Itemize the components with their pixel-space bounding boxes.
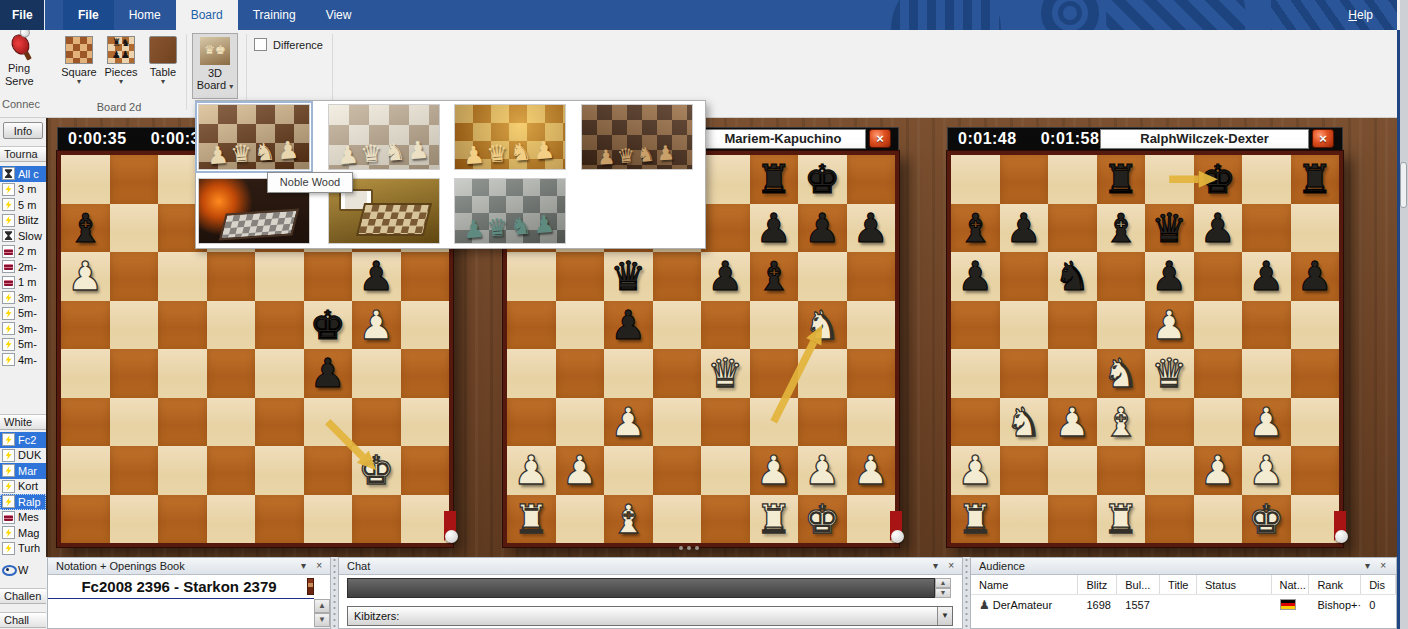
board3d-style-thumbnail-noble-wood[interactable]: ♟♛♞♟ <box>198 104 310 170</box>
openings-book-icon[interactable] <box>307 578 314 595</box>
square-f2[interactable]: ♟ <box>750 446 799 495</box>
sidebar-item[interactable]: Ralp <box>0 494 46 510</box>
spinner-down-icon[interactable]: ▼ <box>935 588 951 598</box>
board-scroll-handle[interactable] <box>672 543 706 552</box>
panel-menu-icon[interactable]: ▾ <box>933 558 938 574</box>
square-h6[interactable]: ♟ <box>1291 252 1340 301</box>
kibitzers-label: Kibitzers: <box>354 610 399 622</box>
square-c4[interactable] <box>1048 349 1097 398</box>
sidebar-item-label: DUK <box>18 449 41 461</box>
sidebar-item[interactable]: Slow <box>0 228 46 244</box>
square-c4[interactable] <box>158 349 207 398</box>
white-column-header[interactable]: White <box>0 414 46 430</box>
close-board-button[interactable]: × <box>1312 129 1334 148</box>
square-a7[interactable]: ♝ <box>61 204 110 253</box>
sidebar-item[interactable]: Mag <box>0 525 46 541</box>
square-g7[interactable] <box>1242 204 1291 253</box>
square-c7[interactable] <box>1048 204 1097 253</box>
square-h2[interactable] <box>401 446 450 495</box>
audience-cell: Bishop+· <box>1309 595 1361 615</box>
square-e4[interactable]: ♛ <box>1145 349 1194 398</box>
square-e1[interactable] <box>701 495 750 544</box>
square-b3[interactable]: ♞ <box>1000 398 1049 447</box>
black-bishop: ♝ <box>1097 204 1146 253</box>
bolt-icon <box>2 291 15 304</box>
square-h4[interactable] <box>401 349 450 398</box>
square-d6[interactable] <box>653 252 702 301</box>
square-c2[interactable] <box>1048 446 1097 495</box>
square-a2[interactable] <box>61 446 110 495</box>
sidebar-item[interactable]: Mar <box>0 463 46 479</box>
square-b4[interactable] <box>556 349 605 398</box>
spinner-up-icon[interactable]: ▲ <box>935 578 951 588</box>
square-g3[interactable] <box>798 398 847 447</box>
square-h6[interactable] <box>401 252 450 301</box>
panel-close-icon[interactable]: × <box>316 558 322 574</box>
square-g6[interactable]: ♟ <box>352 252 401 301</box>
square-h7[interactable] <box>1291 204 1340 253</box>
square-a4[interactable] <box>951 349 1000 398</box>
white-king: ♚ <box>798 495 847 544</box>
square-g2[interactable]: ♟ <box>798 446 847 495</box>
square-f8[interactable]: ♚ <box>1194 155 1243 204</box>
square-f1[interactable] <box>304 495 353 544</box>
square-g2[interactable]: ♟ <box>1242 446 1291 495</box>
black-bishop: ♝ <box>750 252 799 301</box>
column-header-blitz[interactable]: Blitz <box>1078 575 1117 594</box>
square-h2[interactable]: ♟ <box>847 446 896 495</box>
info-tab[interactable]: Info <box>3 122 43 139</box>
square-a5[interactable] <box>61 301 110 350</box>
sidebar-item[interactable]: 2 m <box>0 244 46 260</box>
bullet-icon <box>2 511 15 524</box>
square-e1[interactable] <box>1145 495 1194 544</box>
square-a6[interactable] <box>507 252 556 301</box>
board3d-style-thumbnail-maple[interactable]: ♟♛♞♟ <box>328 104 440 170</box>
difference-label: Difference <box>273 39 323 51</box>
square-e8[interactable] <box>701 155 750 204</box>
sidebar-item[interactable]: All c <box>0 166 46 182</box>
square-h1[interactable] <box>847 495 896 544</box>
square-c5[interactable]: ♟ <box>604 301 653 350</box>
square-icon <box>65 36 93 64</box>
sidebar-item-label: Turh <box>18 542 40 554</box>
square-f5[interactable]: ♚ <box>304 301 353 350</box>
square-f6[interactable] <box>304 252 353 301</box>
square-f6[interactable]: ♝ <box>750 252 799 301</box>
panel-menu-icon[interactable]: ▾ <box>301 558 306 574</box>
column-header-status[interactable]: Status <box>1197 575 1272 594</box>
panel-menu-icon[interactable]: ▾ <box>1365 558 1370 574</box>
square-h3[interactable] <box>401 398 450 447</box>
square-a1[interactable]: ♜ <box>507 495 556 544</box>
column-header-title[interactable]: Title <box>1160 575 1197 594</box>
black-pawn: ♟ <box>1242 252 1291 301</box>
square-d8[interactable]: ♜ <box>1097 155 1146 204</box>
square-b2[interactable] <box>110 446 159 495</box>
square-d6[interactable] <box>207 252 256 301</box>
panel-splitter[interactable] <box>963 557 970 629</box>
square-b5[interactable] <box>556 301 605 350</box>
square-g2[interactable]: ♚ <box>352 446 401 495</box>
square-c1[interactable]: ♝ <box>604 495 653 544</box>
square-c2[interactable] <box>158 446 207 495</box>
decorative-striped-disc-icon <box>891 0 1001 30</box>
square-g7[interactable]: ♟ <box>798 204 847 253</box>
square-a3[interactable] <box>951 398 1000 447</box>
chat-panel: Chat ▾ × ▲ ▼ Kibitzers: ▼ <box>338 557 963 629</box>
square-e8[interactable] <box>1145 155 1194 204</box>
square-a2[interactable]: ♟ <box>951 446 1000 495</box>
square-f5[interactable] <box>1194 301 1243 350</box>
bolt-icon <box>2 307 15 320</box>
square-c5[interactable] <box>1048 301 1097 350</box>
square-a5[interactable] <box>507 301 556 350</box>
square-e4[interactable]: ♛ <box>701 349 750 398</box>
square-g6[interactable] <box>798 252 847 301</box>
notation-scrollbar[interactable]: ▲ ▼ <box>314 599 330 628</box>
column-header-dis[interactable]: Dis <box>1361 575 1396 594</box>
pieces-button[interactable]: ♜♞ ♟♟ Pieces ▾ <box>99 36 143 96</box>
sidebar-item[interactable]: Blitz <box>0 213 46 229</box>
square-e6[interactable]: ♟ <box>701 252 750 301</box>
help-link[interactable]: Help <box>1348 0 1373 30</box>
kibitzers-dropdown[interactable]: Kibitzers: ▼ <box>347 606 953 626</box>
chevron-down-icon: ▾ <box>229 82 233 91</box>
eye-icon <box>2 563 15 576</box>
sidebar-item[interactable]: Fc2 <box>0 432 46 448</box>
column-header-bul[interactable]: Bul... <box>1117 575 1160 594</box>
square-f5[interactable] <box>750 301 799 350</box>
square-e7[interactable] <box>701 204 750 253</box>
sidebar-item-label: Blitz <box>18 214 39 226</box>
panel-splitter[interactable] <box>331 557 338 629</box>
board3d-style-thumbnail-walnut[interactable]: ♟♛♞♟ <box>581 104 693 170</box>
square-d4[interactable] <box>653 349 702 398</box>
square-f6[interactable] <box>1194 252 1243 301</box>
square-e3[interactable] <box>255 398 304 447</box>
square-d1[interactable]: ♜ <box>1097 495 1146 544</box>
square-a7[interactable]: ♝ <box>951 204 1000 253</box>
square-g1[interactable]: ♚ <box>798 495 847 544</box>
sidebar-item[interactable]: DUK <box>0 448 46 464</box>
square-e5[interactable] <box>701 301 750 350</box>
sidebar-item-label: 3m- <box>18 323 37 335</box>
audience-row[interactable]: ♟DerAmateur16981557Bishop+·0 <box>971 595 1396 615</box>
square-e5[interactable]: ♟ <box>1145 301 1194 350</box>
square-d3[interactable] <box>653 398 702 447</box>
sidebar-item[interactable]: 3 m <box>0 182 46 198</box>
column-header-nat[interactable]: Nat... <box>1272 575 1310 594</box>
square-d1[interactable] <box>207 495 256 544</box>
square-g3[interactable]: ♟ <box>1242 398 1291 447</box>
square-b6[interactable] <box>556 252 605 301</box>
square-h5[interactable] <box>1291 301 1340 350</box>
sidebar-item[interactable]: 3m- <box>0 290 46 306</box>
square-e2[interactable] <box>255 446 304 495</box>
difference-option: Difference <box>254 38 323 51</box>
players-name-field[interactable]: RalphWilczek-Dexter <box>1100 129 1309 149</box>
black-clock: 0:01:58 <box>1017 130 1100 148</box>
square-e1[interactable] <box>255 495 304 544</box>
sidebar-item[interactable]: 5 m <box>0 197 46 213</box>
square-f4[interactable] <box>1194 349 1243 398</box>
square-a5[interactable] <box>951 301 1000 350</box>
square-b3[interactable] <box>556 398 605 447</box>
square-e6[interactable]: ♟ <box>1145 252 1194 301</box>
square-g5[interactable]: ♞ <box>798 301 847 350</box>
square-b8[interactable] <box>110 155 159 204</box>
square-c5[interactable] <box>158 301 207 350</box>
square-c3[interactable]: ♟ <box>1048 398 1097 447</box>
square-g5[interactable] <box>1242 301 1291 350</box>
white-queen: ♛ <box>1145 349 1194 398</box>
bolt-icon <box>2 526 15 539</box>
square-c6[interactable]: ♛ <box>604 252 653 301</box>
square-b1[interactable] <box>110 495 159 544</box>
sidebar-item-label: Fc2 <box>18 434 36 446</box>
square-d3[interactable] <box>207 398 256 447</box>
square-b7[interactable] <box>110 204 159 253</box>
square-g5[interactable]: ♟ <box>352 301 401 350</box>
column-header-name[interactable]: Name <box>971 575 1078 594</box>
sidebar-item-label: Mag <box>18 527 39 539</box>
square-h5[interactable] <box>401 301 450 350</box>
tab-board[interactable]: Board <box>176 0 238 30</box>
square-g6[interactable]: ♟ <box>1242 252 1291 301</box>
square-a3[interactable] <box>507 398 556 447</box>
square-f4[interactable]: ♟ <box>304 349 353 398</box>
square-d5[interactable] <box>207 301 256 350</box>
scroll-up-icon[interactable]: ▲ <box>314 599 330 613</box>
panel-close-icon[interactable]: × <box>948 558 954 574</box>
window-edge-line <box>1397 30 1400 629</box>
square-e3[interactable] <box>701 398 750 447</box>
square-b4[interactable] <box>110 349 159 398</box>
square-d5[interactable] <box>1097 301 1146 350</box>
square-e6[interactable] <box>255 252 304 301</box>
square-c6[interactable]: ♞ <box>1048 252 1097 301</box>
square-h3[interactable] <box>1291 398 1340 447</box>
sidebar-item[interactable]: W <box>0 562 46 578</box>
ping-server-icon[interactable] <box>8 31 33 58</box>
square-b5[interactable] <box>110 301 159 350</box>
square-c1[interactable] <box>1048 495 1097 544</box>
square-g8[interactable]: ♚ <box>798 155 847 204</box>
difference-checkbox[interactable] <box>254 38 267 51</box>
bolt-icon <box>2 480 15 493</box>
square-d3[interactable]: ♝ <box>1097 398 1146 447</box>
white-pawn: ♟ <box>1242 398 1291 447</box>
square-b5[interactable] <box>1000 301 1049 350</box>
background-file-menu[interactable]: File <box>12 8 33 22</box>
square-f1[interactable]: ♜ <box>750 495 799 544</box>
sidebar-item[interactable]: 1 m <box>0 275 46 291</box>
square-h4[interactable] <box>1291 349 1340 398</box>
audience-user-name: ♟DerAmateur <box>971 595 1078 615</box>
square-a8[interactable] <box>951 155 1000 204</box>
square-f1[interactable] <box>1194 495 1243 544</box>
square-g4[interactable] <box>352 349 401 398</box>
square-g4[interactable] <box>798 349 847 398</box>
square-f7[interactable]: ♟ <box>750 204 799 253</box>
square-b8[interactable] <box>1000 155 1049 204</box>
square-button[interactable]: Square ▾ <box>57 36 101 96</box>
germany-flag <box>1280 599 1296 610</box>
black-pawn: ♟ <box>352 252 401 301</box>
white-pawn: ♟ <box>352 301 401 350</box>
square-b2[interactable] <box>1000 446 1049 495</box>
square-g1[interactable] <box>352 495 401 544</box>
square-h4[interactable] <box>847 349 896 398</box>
square-e7[interactable]: ♛ <box>1145 204 1194 253</box>
square-e5[interactable] <box>255 301 304 350</box>
square-b6[interactable] <box>110 252 159 301</box>
tab-file[interactable]: File <box>63 0 114 30</box>
square-b2[interactable]: ♟ <box>556 446 605 495</box>
sidebar-item[interactable]: Turh <box>0 541 46 557</box>
square-d5[interactable] <box>653 301 702 350</box>
sidebar-item[interactable]: 3m- <box>0 321 46 337</box>
square-c3[interactable]: ♟ <box>604 398 653 447</box>
square-h2[interactable] <box>1291 446 1340 495</box>
square-h1[interactable] <box>1291 495 1340 544</box>
square-f4[interactable] <box>750 349 799 398</box>
square-h5[interactable] <box>847 301 896 350</box>
board3d-button[interactable]: ♛♚ 3D Board ▾ <box>192 33 238 99</box>
square-a8[interactable] <box>61 155 110 204</box>
sidebar-item[interactable]: 5m- <box>0 306 46 322</box>
background-window-sidebar: Info Tourna All c3 m5 mBlitzSlow2 m2m-1 … <box>0 118 46 629</box>
bolt-icon <box>2 198 15 211</box>
square-e2[interactable] <box>1145 446 1194 495</box>
board3d-style-thumbnail-stone[interactable]: ♟♛♞♟ <box>454 178 566 244</box>
square-d7[interactable]: ♝ <box>1097 204 1146 253</box>
white-knight: ♞ <box>1097 349 1146 398</box>
players-name-field[interactable]: Mariem-Kapuchino <box>700 129 866 149</box>
square-c3[interactable] <box>158 398 207 447</box>
square-h7[interactable]: ♟ <box>847 204 896 253</box>
square-h8[interactable]: ♜ <box>1291 155 1340 204</box>
chat-panel-titlebar: Chat ▾ × <box>339 558 962 575</box>
square-g4[interactable] <box>1242 349 1291 398</box>
square-f7[interactable]: ♟ <box>1194 204 1243 253</box>
square-b3[interactable] <box>110 398 159 447</box>
square-d6[interactable] <box>1097 252 1146 301</box>
square-f8[interactable]: ♜ <box>750 155 799 204</box>
sidebar-item[interactable]: 4m- <box>0 352 46 368</box>
white-pawn: ♟ <box>847 446 896 495</box>
square-f2[interactable]: ♟ <box>1194 446 1243 495</box>
square-b7[interactable]: ♟ <box>1000 204 1049 253</box>
square-a1[interactable]: ♜ <box>951 495 1000 544</box>
square-h8[interactable] <box>847 155 896 204</box>
tab-training[interactable]: Training <box>238 0 311 30</box>
white-rook: ♜ <box>1097 495 1146 544</box>
sidebar-item[interactable]: 5m- <box>0 337 46 353</box>
challenges-header[interactable]: Challen <box>0 588 46 604</box>
square-d2[interactable] <box>1097 446 1146 495</box>
square-f2[interactable] <box>304 446 353 495</box>
square-a6[interactable]: ♟ <box>951 252 1000 301</box>
white-to-move-indicator <box>1335 530 1348 543</box>
square-h6[interactable] <box>847 252 896 301</box>
tab-home[interactable]: Home <box>114 0 176 30</box>
tournament-header[interactable]: Tourna <box>0 146 46 162</box>
white-rook: ♜ <box>750 495 799 544</box>
square-d1[interactable] <box>653 495 702 544</box>
square-c1[interactable] <box>158 495 207 544</box>
black-pawn: ♟ <box>1145 252 1194 301</box>
square-d2[interactable] <box>653 446 702 495</box>
challenges-header-2[interactable]: Chall <box>0 612 46 628</box>
white-clock: 0:01:48 <box>948 130 1017 148</box>
sidebar-item[interactable]: Kort <box>0 479 46 495</box>
tab-view[interactable]: View <box>311 0 367 30</box>
chat-message-area[interactable] <box>347 578 935 598</box>
black-queen: ♛ <box>604 252 653 301</box>
square-c4[interactable] <box>604 349 653 398</box>
square-f3[interactable] <box>750 398 799 447</box>
panel-close-icon[interactable]: × <box>1380 558 1386 574</box>
ribbon-group-separator <box>186 34 187 110</box>
square-e3[interactable] <box>1145 398 1194 447</box>
column-header-rank[interactable]: Rank <box>1309 575 1361 594</box>
scrollbar-thumb[interactable] <box>1400 162 1407 208</box>
sidebar-item[interactable]: Mes <box>0 510 46 526</box>
square-a1[interactable] <box>61 495 110 544</box>
table-button[interactable]: Table ▾ <box>141 36 185 96</box>
audience-panel-titlebar: Audience ▾ × <box>971 558 1396 575</box>
square-c2[interactable] <box>604 446 653 495</box>
square-d4[interactable] <box>207 349 256 398</box>
white-bishop: ♝ <box>1097 398 1146 447</box>
square-d2[interactable] <box>207 446 256 495</box>
scroll-down-icon[interactable]: ▼ <box>314 613 330 627</box>
close-board-button[interactable]: × <box>869 129 891 148</box>
square-a4[interactable] <box>507 349 556 398</box>
chevron-down-icon: ▾ <box>99 78 143 86</box>
square-a4[interactable] <box>61 349 110 398</box>
chevron-down-icon[interactable]: ▼ <box>937 607 952 625</box>
square-b1[interactable] <box>1000 495 1049 544</box>
square-g3[interactable] <box>352 398 401 447</box>
white-pawn: ♟ <box>1048 398 1097 447</box>
sidebar-item-label: 1 m <box>18 276 36 288</box>
square-f3[interactable] <box>304 398 353 447</box>
square-c6[interactable] <box>158 252 207 301</box>
square-h1[interactable] <box>401 495 450 544</box>
square-g1[interactable]: ♚ <box>1242 495 1291 544</box>
square-d4[interactable]: ♞ <box>1097 349 1146 398</box>
square-g8[interactable] <box>1242 155 1291 204</box>
board3d-style-thumbnail-gold[interactable]: ♟♛♞♟ <box>454 104 566 170</box>
square-a6[interactable]: ♟ <box>61 252 110 301</box>
audience-panel-title: Audience <box>979 560 1025 572</box>
square-e4[interactable] <box>255 349 304 398</box>
square-b1[interactable] <box>556 495 605 544</box>
square-h3[interactable] <box>847 398 896 447</box>
square-c8[interactable] <box>1048 155 1097 204</box>
white-knight: ♞ <box>798 301 847 350</box>
square-a2[interactable]: ♟ <box>507 446 556 495</box>
square-f3[interactable] <box>1194 398 1243 447</box>
square-e2[interactable] <box>701 446 750 495</box>
sidebar-item[interactable]: 2m- <box>0 259 46 275</box>
square-b4[interactable] <box>1000 349 1049 398</box>
square-b6[interactable] <box>1000 252 1049 301</box>
square-a3[interactable] <box>61 398 110 447</box>
